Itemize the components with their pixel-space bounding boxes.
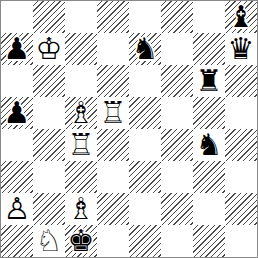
square-c8[interactable] (65, 1, 97, 33)
square-g5[interactable] (193, 97, 225, 129)
white-bishop-silhouette: ♝ (65, 97, 97, 129)
white-bishop-glyph: ♗ (65, 193, 97, 225)
white-bishop-silhouette: ♝ (65, 193, 97, 225)
square-c1[interactable]: ♚♚ (65, 225, 97, 257)
square-a3[interactable] (1, 161, 33, 193)
square-f7[interactable] (161, 33, 193, 65)
square-h1[interactable] (225, 225, 257, 257)
square-g1[interactable] (193, 225, 225, 257)
white-pawn-glyph: ♙ (1, 193, 33, 225)
black-rook[interactable]: ♜♜ (193, 65, 225, 97)
square-b7[interactable]: ♚♔ (33, 33, 65, 65)
white-rook-glyph: ♖ (97, 97, 129, 129)
white-rook-silhouette: ♜ (65, 129, 97, 161)
black-queen[interactable]: ♛♛ (225, 33, 257, 65)
square-a4[interactable] (1, 129, 33, 161)
square-b6[interactable] (33, 65, 65, 97)
square-b3[interactable] (33, 161, 65, 193)
white-king[interactable]: ♚♔ (33, 33, 65, 65)
square-f1[interactable] (161, 225, 193, 257)
square-f4[interactable] (161, 129, 193, 161)
square-a6[interactable] (1, 65, 33, 97)
square-g6[interactable]: ♜♜ (193, 65, 225, 97)
black-pawn-glyph: ♟ (1, 97, 33, 129)
square-b1[interactable]: ♞♘ (33, 225, 65, 257)
square-h6[interactable] (225, 65, 257, 97)
white-knight-glyph: ♘ (33, 225, 65, 257)
white-bishop-glyph: ♗ (65, 97, 97, 129)
square-h5[interactable] (225, 97, 257, 129)
black-pawn-silhouette: ♟ (1, 33, 33, 65)
black-knight[interactable]: ♞♞ (193, 129, 225, 161)
black-rook-glyph: ♜ (193, 65, 225, 97)
square-e5[interactable] (129, 97, 161, 129)
square-e2[interactable] (129, 193, 161, 225)
white-rook-silhouette: ♜ (97, 97, 129, 129)
black-knight-glyph: ♞ (193, 129, 225, 161)
square-c6[interactable] (65, 65, 97, 97)
black-king-glyph: ♚ (65, 225, 97, 257)
square-f5[interactable] (161, 97, 193, 129)
square-d1[interactable] (97, 225, 129, 257)
square-h2[interactable] (225, 193, 257, 225)
square-b5[interactable] (33, 97, 65, 129)
black-bishop-silhouette: ♝ (225, 1, 257, 33)
square-d2[interactable] (97, 193, 129, 225)
square-c4[interactable]: ♜♖ (65, 129, 97, 161)
square-a7[interactable]: ♟♟ (1, 33, 33, 65)
square-e4[interactable] (129, 129, 161, 161)
black-knight-glyph: ♞ (129, 33, 161, 65)
white-rook[interactable]: ♜♖ (97, 97, 129, 129)
black-pawn-silhouette: ♟ (1, 97, 33, 129)
black-bishop-glyph: ♝ (225, 1, 257, 33)
white-pawn-silhouette: ♟ (1, 193, 33, 225)
black-king-silhouette: ♚ (65, 225, 97, 257)
black-pawn-glyph: ♟ (1, 33, 33, 65)
square-f8[interactable] (161, 1, 193, 33)
square-e8[interactable] (129, 1, 161, 33)
square-g2[interactable] (193, 193, 225, 225)
square-b2[interactable] (33, 193, 65, 225)
square-d5[interactable]: ♜♖ (97, 97, 129, 129)
square-c5[interactable]: ♝♗ (65, 97, 97, 129)
square-a5[interactable]: ♟♟ (1, 97, 33, 129)
square-e6[interactable] (129, 65, 161, 97)
square-g4[interactable]: ♞♞ (193, 129, 225, 161)
square-a1[interactable] (1, 225, 33, 257)
square-h8[interactable]: ♝♝ (225, 1, 257, 33)
white-king-glyph: ♔ (33, 33, 65, 65)
square-c2[interactable]: ♝♗ (65, 193, 97, 225)
square-c7[interactable] (65, 33, 97, 65)
black-knight[interactable]: ♞♞ (129, 33, 161, 65)
black-knight-silhouette: ♞ (129, 33, 161, 65)
square-e7[interactable]: ♞♞ (129, 33, 161, 65)
black-knight-silhouette: ♞ (193, 129, 225, 161)
square-g3[interactable] (193, 161, 225, 193)
square-h7[interactable]: ♛♛ (225, 33, 257, 65)
square-d7[interactable] (97, 33, 129, 65)
black-pawn[interactable]: ♟♟ (1, 97, 33, 129)
square-a2[interactable]: ♟♙ (1, 193, 33, 225)
black-rook-silhouette: ♜ (193, 65, 225, 97)
black-king[interactable]: ♚♚ (65, 225, 97, 257)
white-pawn[interactable]: ♟♙ (1, 193, 33, 225)
square-d3[interactable] (97, 161, 129, 193)
black-queen-glyph: ♛ (225, 33, 257, 65)
square-f3[interactable] (161, 161, 193, 193)
square-g7[interactable] (193, 33, 225, 65)
square-h3[interactable] (225, 161, 257, 193)
white-rook-glyph: ♖ (65, 129, 97, 161)
square-e1[interactable] (129, 225, 161, 257)
chess-board: ♝♝♟♟♚♔♞♞♛♛♜♜♟♟♝♗♜♖♜♖♞♞♟♙♝♗♞♘♚♚ (0, 0, 258, 258)
square-c3[interactable] (65, 161, 97, 193)
black-bishop[interactable]: ♝♝ (225, 1, 257, 33)
white-bishop[interactable]: ♝♗ (65, 97, 97, 129)
white-knight[interactable]: ♞♘ (33, 225, 65, 257)
white-bishop[interactable]: ♝♗ (65, 193, 97, 225)
black-queen-silhouette: ♛ (225, 33, 257, 65)
square-a8[interactable] (1, 1, 33, 33)
white-rook[interactable]: ♜♖ (65, 129, 97, 161)
square-b4[interactable] (33, 129, 65, 161)
square-b8[interactable] (33, 1, 65, 33)
square-f6[interactable] (161, 65, 193, 97)
white-king-silhouette: ♚ (33, 33, 65, 65)
square-g8[interactable] (193, 1, 225, 33)
square-h4[interactable] (225, 129, 257, 161)
square-d6[interactable] (97, 65, 129, 97)
white-knight-silhouette: ♞ (33, 225, 65, 257)
square-e3[interactable] (129, 161, 161, 193)
black-pawn[interactable]: ♟♟ (1, 33, 33, 65)
square-d8[interactable] (97, 1, 129, 33)
square-f2[interactable] (161, 193, 193, 225)
square-d4[interactable] (97, 129, 129, 161)
